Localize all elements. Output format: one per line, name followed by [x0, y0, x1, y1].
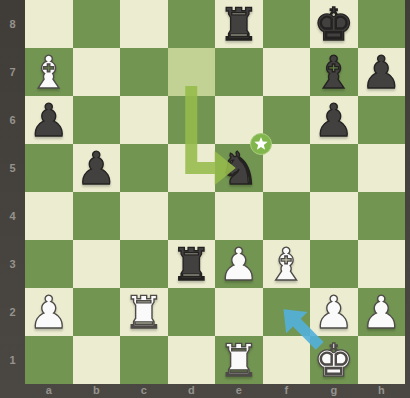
square-c4[interactable]	[120, 192, 168, 240]
square-g3[interactable]	[310, 240, 358, 288]
square-b7[interactable]	[73, 48, 121, 96]
piece-white-rook[interactable]: ♜	[219, 338, 259, 383]
piece-black-rook[interactable]: ♜	[219, 2, 259, 47]
file-label-b: b	[73, 384, 121, 398]
square-c2[interactable]: ♜	[120, 288, 168, 336]
square-f3[interactable]: ♝	[263, 240, 311, 288]
square-a2[interactable]: ♟	[25, 288, 73, 336]
square-g6[interactable]: ♟	[310, 96, 358, 144]
square-f2[interactable]	[263, 288, 311, 336]
square-e3[interactable]: ♟	[215, 240, 263, 288]
square-e4[interactable]	[215, 192, 263, 240]
square-b8[interactable]	[73, 0, 121, 48]
square-e6[interactable]	[215, 96, 263, 144]
square-d1[interactable]	[168, 336, 216, 384]
square-d8[interactable]	[168, 0, 216, 48]
piece-white-rook[interactable]: ♜	[124, 290, 164, 335]
file-label-c: c	[120, 384, 168, 398]
file-label-f: f	[263, 384, 311, 398]
piece-white-pawn[interactable]: ♟	[361, 290, 401, 335]
square-f4[interactable]	[263, 192, 311, 240]
rank-label-2: 2	[0, 288, 25, 336]
square-d3[interactable]: ♜	[168, 240, 216, 288]
piece-black-knight[interactable]: ♞	[219, 146, 259, 191]
square-g1[interactable]: ♚	[310, 336, 358, 384]
rank-label-3: 3	[0, 240, 25, 288]
square-c6[interactable]	[120, 96, 168, 144]
rank-label-5: 5	[0, 144, 25, 192]
piece-white-king[interactable]: ♚	[314, 338, 354, 383]
square-h5[interactable]	[358, 144, 406, 192]
square-g7[interactable]: ♝	[310, 48, 358, 96]
square-d2[interactable]	[168, 288, 216, 336]
square-b5[interactable]: ♟	[73, 144, 121, 192]
square-c8[interactable]	[120, 0, 168, 48]
square-h7[interactable]: ♟	[358, 48, 406, 96]
square-e5[interactable]: ♞	[215, 144, 263, 192]
square-a4[interactable]	[25, 192, 73, 240]
square-b2[interactable]	[73, 288, 121, 336]
square-h1[interactable]	[358, 336, 406, 384]
square-a7[interactable]: ♝	[25, 48, 73, 96]
rank-label-4: 4	[0, 192, 25, 240]
square-f6[interactable]	[263, 96, 311, 144]
square-g2[interactable]: ♟	[310, 288, 358, 336]
square-c1[interactable]	[120, 336, 168, 384]
file-label-d: d	[168, 384, 216, 398]
piece-white-pawn[interactable]: ♟	[29, 290, 69, 335]
piece-black-pawn[interactable]: ♟	[361, 50, 401, 95]
square-g4[interactable]	[310, 192, 358, 240]
square-f1[interactable]	[263, 336, 311, 384]
square-h6[interactable]	[358, 96, 406, 144]
square-f7[interactable]	[263, 48, 311, 96]
square-g8[interactable]: ♚	[310, 0, 358, 48]
file-label-g: g	[310, 384, 358, 398]
rank-label-1: 1	[0, 336, 25, 384]
square-d4[interactable]	[168, 192, 216, 240]
square-a1[interactable]	[25, 336, 73, 384]
square-a5[interactable]	[25, 144, 73, 192]
piece-white-pawn[interactable]: ♟	[219, 242, 259, 287]
piece-black-pawn[interactable]: ♟	[76, 146, 116, 191]
square-h2[interactable]: ♟	[358, 288, 406, 336]
square-d7[interactable]	[168, 48, 216, 96]
piece-white-pawn[interactable]: ♟	[314, 290, 354, 335]
piece-white-bishop[interactable]: ♝	[29, 50, 69, 95]
square-a3[interactable]	[25, 240, 73, 288]
square-e8[interactable]: ♜	[215, 0, 263, 48]
square-h8[interactable]	[358, 0, 406, 48]
piece-black-pawn[interactable]: ♟	[29, 98, 69, 143]
square-c3[interactable]	[120, 240, 168, 288]
piece-black-rook[interactable]: ♜	[171, 242, 211, 287]
square-f5[interactable]	[263, 144, 311, 192]
piece-white-bishop[interactable]: ♝	[266, 242, 306, 287]
square-b3[interactable]	[73, 240, 121, 288]
square-a8[interactable]	[25, 0, 73, 48]
file-label-h: h	[358, 384, 406, 398]
piece-black-bishop[interactable]: ♝	[314, 50, 354, 95]
rank-label-7: 7	[0, 48, 25, 96]
square-b4[interactable]	[73, 192, 121, 240]
file-label-e: e	[215, 384, 263, 398]
square-h4[interactable]	[358, 192, 406, 240]
rank-label-6: 6	[0, 96, 25, 144]
file-label-a: a	[25, 384, 73, 398]
square-e2[interactable]	[215, 288, 263, 336]
piece-black-pawn[interactable]: ♟	[314, 98, 354, 143]
square-g5[interactable]	[310, 144, 358, 192]
piece-black-king[interactable]: ♚	[314, 2, 354, 47]
square-e7[interactable]	[215, 48, 263, 96]
rank-label-8: 8	[0, 0, 25, 48]
square-c7[interactable]	[120, 48, 168, 96]
square-e1[interactable]: ♜	[215, 336, 263, 384]
square-f8[interactable]	[263, 0, 311, 48]
square-d6[interactable]	[168, 96, 216, 144]
square-c5[interactable]	[120, 144, 168, 192]
square-b6[interactable]	[73, 96, 121, 144]
square-b1[interactable]	[73, 336, 121, 384]
square-a6[interactable]: ♟	[25, 96, 73, 144]
chess-board-panel: 87654321 ♜♚♝♝♟♟♟♟♞♜♟♝♟♜♟♟♜♚ abcdefgh	[0, 0, 410, 398]
square-h3[interactable]	[358, 240, 406, 288]
chess-board[interactable]: ♜♚♝♝♟♟♟♟♞♜♟♝♟♜♟♟♜♚	[25, 0, 405, 384]
square-d5[interactable]	[168, 144, 216, 192]
